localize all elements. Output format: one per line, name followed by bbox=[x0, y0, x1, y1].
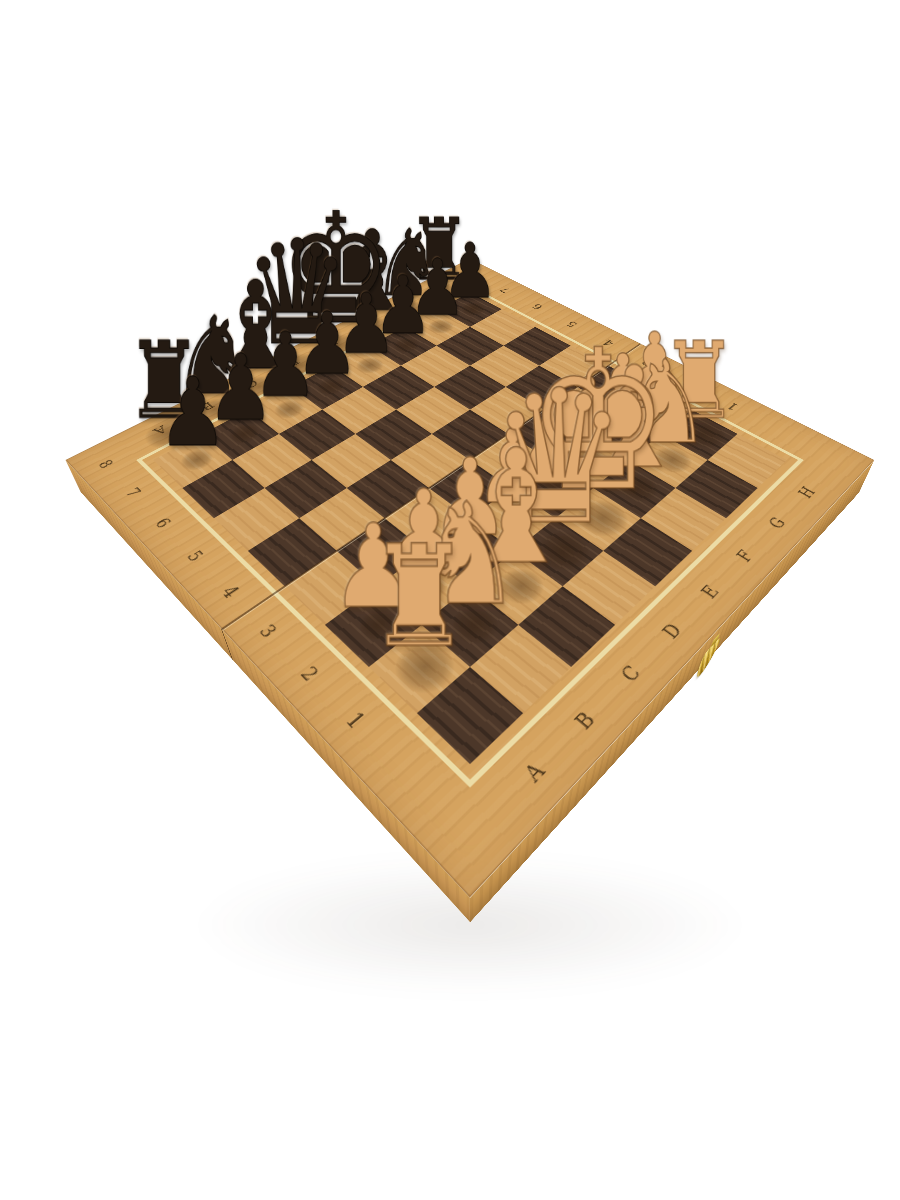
file-label-far-f: F bbox=[360, 320, 375, 329]
rank-label-right-1: 1 bbox=[725, 400, 741, 411]
rank-label-right-8: 8 bbox=[468, 271, 482, 278]
file-label-far-c: C bbox=[242, 378, 259, 389]
chess-board: AA11BB22CC33DD44EE55FF66GG77HH88 ♜♞♝♛♚♝♞… bbox=[66, 259, 875, 898]
file-label-far-d: D bbox=[284, 357, 301, 368]
black-pawn-glyph: ♟ bbox=[158, 365, 228, 460]
scene: AA11BB22CC33DD44EE55FF66GG77HH88 ♜♞♝♛♚♝♞… bbox=[0, 0, 900, 1200]
white-rook-glyph: ♜ bbox=[368, 526, 471, 667]
rank-label-right-7: 7 bbox=[498, 286, 512, 294]
file-label-far-h: H bbox=[426, 286, 442, 295]
file-label-far-g: G bbox=[394, 302, 410, 311]
file-label-far-e: E bbox=[323, 338, 339, 347]
